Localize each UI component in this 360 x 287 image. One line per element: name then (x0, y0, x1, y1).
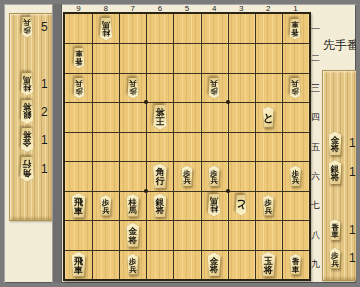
hand-sente-lance[interactable]: 香車 (327, 219, 343, 240)
piece-49-sente-gold[interactable]: 金将 (205, 252, 224, 276)
gold-tile-face: 金将 (205, 252, 224, 276)
piece-93-gote-pawn[interactable]: 歩兵 (71, 77, 87, 98)
king-tile-face: 玉将 (258, 252, 278, 277)
gold-tile-face: 金将 (326, 131, 345, 155)
piece-79-sente-pawn[interactable]: 歩兵 (125, 254, 141, 275)
board-cell-84[interactable] (92, 102, 119, 131)
board-cell-39[interactable] (228, 250, 255, 279)
file-label-5: 5 (185, 5, 189, 13)
hand-gote-gold[interactable]: 金将 (18, 128, 37, 152)
board-cell-72[interactable] (119, 43, 146, 72)
board-cell-31[interactable] (228, 14, 255, 43)
turn-indicator: 先手番 (318, 37, 360, 54)
pawn-tile-face: 歩兵 (125, 77, 141, 98)
lance-tile-face: 香車 (327, 219, 343, 240)
tokin-tile-face: と (260, 107, 276, 128)
knight-tile-face: 桂馬 (18, 72, 36, 95)
piece-87-sente-pawn[interactable]: 歩兵 (98, 195, 114, 216)
board-cell-75[interactable] (119, 132, 146, 161)
lance-tile-face: 香車 (71, 48, 87, 69)
board-cell-63[interactable] (146, 73, 173, 102)
board-cell-95[interactable] (65, 132, 92, 161)
shogi-board: 桂馬香車香車歩兵歩兵歩兵歩兵王将と角行歩兵歩兵歩兵飛車歩兵桂馬銀将桂馬と歩兵金将… (63, 12, 311, 281)
piece-37-gote-tokin[interactable]: と (233, 195, 249, 216)
piece-27-sente-pawn[interactable]: 歩兵 (260, 195, 276, 216)
piece-81-gote-knight[interactable]: 桂馬 (97, 17, 115, 40)
board-cell-22[interactable] (255, 43, 282, 72)
board-cell-52[interactable] (173, 43, 200, 72)
piece-13-gote-pawn[interactable]: 歩兵 (287, 77, 303, 98)
board-cell-45[interactable] (201, 132, 228, 161)
hand-gote-knight-count: 1 (41, 77, 48, 91)
gote-hand-tray: 歩兵5桂馬1銀将2金将1角行1 (9, 13, 53, 221)
bishop-tile-face: 角行 (150, 163, 170, 188)
board-cell-32[interactable] (228, 43, 255, 72)
board-cell-76[interactable] (119, 161, 146, 190)
board-cell-36[interactable] (228, 161, 255, 190)
board-cell-83[interactable] (92, 73, 119, 102)
board-cell-17[interactable] (282, 191, 309, 220)
piece-67-sente-silver[interactable]: 銀将 (150, 193, 169, 217)
board-cell-51[interactable] (173, 14, 200, 43)
board-cell-25[interactable] (255, 132, 282, 161)
board-cell-26[interactable] (255, 161, 282, 190)
rank-label-9: 九 (311, 260, 320, 269)
board-cell-85[interactable] (92, 132, 119, 161)
rank-label-4: 四 (311, 113, 320, 122)
board-cell-58[interactable] (173, 220, 200, 249)
board-cell-53[interactable] (173, 73, 200, 102)
file-label-1: 1 (293, 5, 297, 13)
rank-label-8: 八 (311, 230, 320, 239)
piece-43-gote-pawn[interactable]: 歩兵 (206, 77, 222, 98)
board-cell-91[interactable] (65, 14, 92, 43)
hand-sente-pawn[interactable]: 歩兵 (327, 248, 343, 269)
board-cell-28[interactable] (255, 220, 282, 249)
piece-16-sente-pawn[interactable]: 歩兵 (287, 165, 303, 186)
board-cell-71[interactable] (119, 14, 146, 43)
piece-97-sente-rook[interactable]: 飛車 (69, 193, 89, 218)
tray-board-separator (52, 4, 62, 283)
pawn-tile-face: 歩兵 (71, 77, 87, 98)
knight-tile-face: 桂馬 (97, 17, 115, 40)
board-cell-86[interactable] (92, 161, 119, 190)
pawn-tile-face: 歩兵 (327, 248, 343, 269)
piece-46-sente-pawn[interactable]: 歩兵 (206, 165, 222, 186)
board-cell-41[interactable] (201, 14, 228, 43)
rook-tile-face: 飛車 (69, 193, 89, 218)
rank-label-1: 一 (311, 24, 320, 33)
rank-label-6: 六 (311, 171, 320, 180)
board-cell-38[interactable] (228, 220, 255, 249)
board-cell-88[interactable] (92, 220, 119, 249)
board-cell-12[interactable] (282, 43, 309, 72)
board-cell-62[interactable] (146, 43, 173, 72)
piece-73-gote-pawn[interactable]: 歩兵 (125, 77, 141, 98)
board-cell-15[interactable] (282, 132, 309, 161)
board-cell-65[interactable] (146, 132, 173, 161)
piece-24-sente-tokin[interactable]: と (260, 107, 276, 128)
gold-tile-face: 金将 (123, 223, 142, 247)
board-cell-82[interactable] (92, 43, 119, 72)
silver-tile-face: 銀将 (326, 160, 345, 184)
hand-gote-bishop[interactable]: 角行 (17, 156, 37, 181)
silver-tile-face: 銀将 (150, 193, 169, 217)
board-cell-23[interactable] (255, 73, 282, 102)
board-cell-21[interactable] (255, 14, 282, 43)
piece-11-gote-lance[interactable]: 香車 (287, 18, 303, 39)
file-label-2: 2 (266, 5, 270, 13)
hand-gote-bishop-count: 1 (41, 162, 48, 176)
piece-19-sente-lance[interactable]: 香車 (287, 254, 303, 275)
pawn-tile-face: 歩兵 (287, 77, 303, 98)
shogi-app-window: 歩兵5桂馬1銀将2金将1角行1 桂馬香車香車歩兵歩兵歩兵歩兵王将と角行歩兵歩兵歩… (0, 0, 360, 287)
board-cell-98[interactable] (65, 220, 92, 249)
file-label-6: 6 (158, 5, 162, 13)
board-cell-35[interactable] (228, 132, 255, 161)
pawn-tile-face: 歩兵 (179, 165, 195, 186)
pawn-tile-face: 歩兵 (287, 165, 303, 186)
sente-hand-tray: 金将1銀将1香車1歩兵1 (322, 70, 360, 281)
hand-sente-gold[interactable]: 金将 (326, 131, 345, 155)
piece-77-sente-knight[interactable]: 桂馬 (124, 194, 142, 217)
file-label-9: 9 (76, 5, 80, 13)
rank-label-5: 五 (311, 142, 320, 151)
hand-sente-silver-count: 1 (349, 165, 356, 179)
gold-tile-face: 金将 (18, 128, 37, 152)
piece-47-gote-knight[interactable]: 桂馬 (205, 194, 223, 217)
king-tile-face: 王将 (150, 105, 170, 130)
hand-sente-gold-count: 1 (349, 136, 356, 150)
hand-sente-pawn-count: 1 (349, 251, 356, 265)
piece-29-sente-king[interactable]: 玉将 (258, 252, 278, 277)
file-label-4: 4 (212, 5, 216, 13)
hand-gote-knight[interactable]: 桂馬 (18, 72, 36, 95)
board-cell-69[interactable] (146, 250, 173, 279)
board-cell-57[interactable] (173, 191, 200, 220)
rank-label-3: 三 (311, 83, 320, 92)
board-cell-59[interactable] (173, 250, 200, 279)
file-label-8: 8 (103, 5, 107, 13)
board-cell-94[interactable] (65, 102, 92, 131)
knight-tile-face: 桂馬 (124, 194, 142, 217)
board-cell-74[interactable] (119, 102, 146, 131)
board-cell-14[interactable] (282, 102, 309, 131)
hand-sente-silver[interactable]: 銀将 (326, 160, 345, 184)
board-cell-55[interactable] (173, 132, 200, 161)
hand-gote-gold-count: 1 (41, 133, 48, 147)
bishop-tile-face: 角行 (17, 156, 37, 181)
rank-label-2: 二 (311, 54, 320, 63)
lance-tile-face: 香車 (287, 254, 303, 275)
board-cell-33[interactable] (228, 73, 255, 102)
pawn-tile-face: 歩兵 (206, 165, 222, 186)
rank-label-7: 七 (311, 201, 320, 210)
board-cell-54[interactable] (173, 102, 200, 131)
piece-99-sente-rook[interactable]: 飛車 (69, 252, 89, 277)
board-cell-44[interactable] (201, 102, 228, 131)
board-cell-42[interactable] (201, 43, 228, 72)
board-cell-34[interactable] (228, 102, 255, 131)
board-cell-18[interactable] (282, 220, 309, 249)
hand-gote-silver-count: 2 (41, 105, 48, 119)
pawn-tile-face: 歩兵 (260, 195, 276, 216)
pawn-tile-face: 歩兵 (206, 77, 222, 98)
hand-gote-silver[interactable]: 銀将 (18, 100, 37, 124)
file-label-7: 7 (131, 5, 135, 13)
piece-92-gote-lance[interactable]: 香車 (71, 48, 87, 69)
rook-tile-face: 飛車 (69, 252, 89, 277)
board-cell-96[interactable] (65, 161, 92, 190)
board-cell-68[interactable] (146, 220, 173, 249)
tokin-tile-face: と (233, 195, 249, 216)
board-grid: 桂馬香車香車歩兵歩兵歩兵歩兵王将と角行歩兵歩兵歩兵飛車歩兵桂馬銀将桂馬と歩兵金将… (65, 14, 309, 279)
pawn-tile-face: 歩兵 (125, 254, 141, 275)
board-cell-48[interactable] (201, 220, 228, 249)
board-cell-89[interactable] (92, 250, 119, 279)
silver-tile-face: 銀将 (18, 100, 37, 124)
pawn-tile-face: 歩兵 (98, 195, 114, 216)
knight-tile-face: 桂馬 (205, 194, 223, 217)
hand-sente-lance-count: 1 (349, 223, 356, 237)
piece-78-sente-gold[interactable]: 金将 (123, 223, 142, 247)
board-cell-61[interactable] (146, 14, 173, 43)
piece-56-sente-pawn[interactable]: 歩兵 (179, 165, 195, 186)
hand-gote-pawn-count: 5 (41, 20, 48, 34)
piece-64-gote-king[interactable]: 王将 (150, 105, 170, 130)
hand-gote-pawn[interactable]: 歩兵 (19, 17, 35, 38)
pawn-tile-face: 歩兵 (19, 17, 35, 38)
lance-tile-face: 香車 (287, 18, 303, 39)
file-label-3: 3 (239, 5, 243, 13)
piece-66-sente-bishop[interactable]: 角行 (150, 163, 170, 188)
